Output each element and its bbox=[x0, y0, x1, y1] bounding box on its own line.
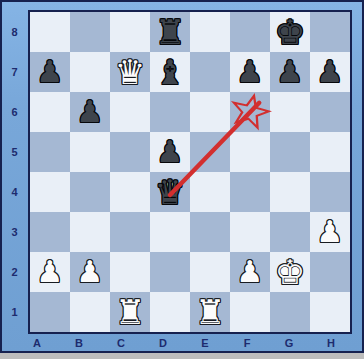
piece-white-rook-c1[interactable]: ♜ bbox=[115, 292, 145, 332]
file-label-g: G bbox=[268, 336, 310, 351]
square-b3[interactable] bbox=[70, 212, 110, 252]
square-e7[interactable] bbox=[190, 52, 230, 92]
piece-white-pawn-h3[interactable]: ♟ bbox=[317, 212, 344, 252]
square-a7[interactable]: ♟ bbox=[30, 52, 70, 92]
square-c3[interactable] bbox=[110, 212, 150, 252]
square-h6[interactable] bbox=[310, 92, 350, 132]
square-g3[interactable] bbox=[270, 212, 310, 252]
square-f7[interactable]: ♟ bbox=[230, 52, 270, 92]
square-d3[interactable] bbox=[150, 212, 190, 252]
square-b6[interactable]: ♟ bbox=[70, 92, 110, 132]
square-c7[interactable]: ♛ bbox=[110, 52, 150, 92]
square-e4[interactable] bbox=[190, 172, 230, 212]
file-label-a: A bbox=[16, 336, 58, 351]
square-a1[interactable] bbox=[30, 292, 70, 332]
square-f4[interactable] bbox=[230, 172, 270, 212]
square-g7[interactable]: ♟ bbox=[270, 52, 310, 92]
piece-black-rook-d8[interactable]: ♜ bbox=[155, 12, 185, 52]
square-a5[interactable] bbox=[30, 132, 70, 172]
square-c1[interactable]: ♜ bbox=[110, 292, 150, 332]
square-g1[interactable] bbox=[270, 292, 310, 332]
piece-white-pawn-b2[interactable]: ♟ bbox=[77, 252, 104, 292]
square-b8[interactable] bbox=[70, 12, 110, 52]
piece-black-pawn-a7[interactable]: ♟ bbox=[37, 52, 64, 92]
square-a6[interactable] bbox=[30, 92, 70, 132]
square-d6[interactable] bbox=[150, 92, 190, 132]
piece-black-pawn-d5[interactable]: ♟ bbox=[157, 132, 184, 172]
rank-label-4: 4 bbox=[3, 172, 26, 212]
square-a8[interactable] bbox=[30, 12, 70, 52]
rank-label-7: 7 bbox=[3, 52, 26, 92]
square-d7[interactable]: ♝ bbox=[150, 52, 190, 92]
file-label-d: D bbox=[142, 336, 184, 351]
square-e3[interactable] bbox=[190, 212, 230, 252]
file-label-h: H bbox=[310, 336, 352, 351]
square-c5[interactable] bbox=[110, 132, 150, 172]
square-a4[interactable] bbox=[30, 172, 70, 212]
file-label-b: B bbox=[58, 336, 100, 351]
square-h4[interactable] bbox=[310, 172, 350, 212]
square-g6[interactable] bbox=[270, 92, 310, 132]
square-c6[interactable] bbox=[110, 92, 150, 132]
square-h3[interactable]: ♟ bbox=[310, 212, 350, 252]
rank-label-6: 6 bbox=[3, 92, 26, 132]
square-b2[interactable]: ♟ bbox=[70, 252, 110, 292]
rank-label-2: 2 bbox=[3, 252, 26, 292]
square-d1[interactable] bbox=[150, 292, 190, 332]
file-label-e: E bbox=[184, 336, 226, 351]
square-d2[interactable] bbox=[150, 252, 190, 292]
square-e8[interactable] bbox=[190, 12, 230, 52]
piece-white-queen-c7[interactable]: ♛ bbox=[115, 52, 145, 92]
piece-black-pawn-g7[interactable]: ♟ bbox=[277, 52, 304, 92]
square-g2[interactable]: ♚ bbox=[270, 252, 310, 292]
square-b1[interactable] bbox=[70, 292, 110, 332]
rank-labels: 87654321 bbox=[3, 12, 26, 332]
square-b5[interactable] bbox=[70, 132, 110, 172]
file-label-c: C bbox=[100, 336, 142, 351]
square-h7[interactable]: ♟ bbox=[310, 52, 350, 92]
square-f3[interactable] bbox=[230, 212, 270, 252]
piece-black-queen-d4[interactable]: ♛ bbox=[155, 172, 185, 212]
rank-label-3: 3 bbox=[3, 212, 26, 252]
piece-white-pawn-a2[interactable]: ♟ bbox=[37, 252, 64, 292]
square-g4[interactable] bbox=[270, 172, 310, 212]
rank-label-8: 8 bbox=[3, 12, 26, 52]
square-h8[interactable] bbox=[310, 12, 350, 52]
piece-white-pawn-f2[interactable]: ♟ bbox=[237, 252, 264, 292]
square-e1[interactable]: ♜ bbox=[190, 292, 230, 332]
square-e5[interactable] bbox=[190, 132, 230, 172]
piece-black-pawn-f7[interactable]: ♟ bbox=[237, 52, 264, 92]
square-b4[interactable] bbox=[70, 172, 110, 212]
square-d4[interactable]: ♛ bbox=[150, 172, 190, 212]
piece-black-pawn-h7[interactable]: ♟ bbox=[317, 52, 344, 92]
piece-black-pawn-b6[interactable]: ♟ bbox=[77, 92, 104, 132]
chess-diagram: 87654321 ♜♚♟♛♝♟♟♟♟♟♛♟♟♟♟♚♜♜ ABCDEFGH bbox=[0, 0, 364, 359]
square-f6[interactable] bbox=[230, 92, 270, 132]
file-label-f: F bbox=[226, 336, 268, 351]
piece-white-king-g2[interactable]: ♚ bbox=[275, 252, 305, 292]
square-e2[interactable] bbox=[190, 252, 230, 292]
square-b7[interactable] bbox=[70, 52, 110, 92]
square-c4[interactable] bbox=[110, 172, 150, 212]
square-g5[interactable] bbox=[270, 132, 310, 172]
square-c2[interactable] bbox=[110, 252, 150, 292]
square-e6[interactable] bbox=[190, 92, 230, 132]
square-d8[interactable]: ♜ bbox=[150, 12, 190, 52]
rank-label-1: 1 bbox=[3, 292, 26, 332]
square-f2[interactable]: ♟ bbox=[230, 252, 270, 292]
square-h1[interactable] bbox=[310, 292, 350, 332]
square-h2[interactable] bbox=[310, 252, 350, 292]
square-d5[interactable]: ♟ bbox=[150, 132, 190, 172]
piece-black-bishop-d7[interactable]: ♝ bbox=[155, 52, 185, 92]
rank-label-5: 5 bbox=[3, 132, 26, 172]
square-g8[interactable]: ♚ bbox=[270, 12, 310, 52]
piece-black-king-g8[interactable]: ♚ bbox=[275, 12, 305, 52]
board: ♜♚♟♛♝♟♟♟♟♟♛♟♟♟♟♚♜♜ bbox=[28, 10, 352, 334]
square-f5[interactable] bbox=[230, 132, 270, 172]
square-h5[interactable] bbox=[310, 132, 350, 172]
square-f1[interactable] bbox=[230, 292, 270, 332]
file-labels: ABCDEFGH bbox=[16, 336, 352, 351]
square-f8[interactable] bbox=[230, 12, 270, 52]
square-a3[interactable] bbox=[30, 212, 70, 252]
piece-white-rook-e1[interactable]: ♜ bbox=[195, 292, 225, 332]
square-c8[interactable] bbox=[110, 12, 150, 52]
square-a2[interactable]: ♟ bbox=[30, 252, 70, 292]
